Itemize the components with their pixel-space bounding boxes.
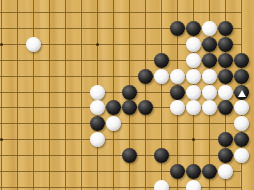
star-point [192, 138, 195, 141]
black-stone[interactable] [106, 100, 121, 115]
black-stone[interactable] [234, 85, 249, 100]
white-stone[interactable] [234, 116, 249, 131]
go-game-screenshot [0, 0, 254, 190]
grid-line-horizontal [0, 12, 242, 13]
black-stone[interactable] [122, 100, 137, 115]
black-stone[interactable] [154, 53, 169, 68]
white-stone[interactable] [234, 100, 249, 115]
black-stone[interactable] [234, 69, 249, 84]
grid-line-horizontal [0, 123, 242, 124]
black-stone[interactable] [138, 100, 153, 115]
black-stone[interactable] [202, 37, 217, 52]
black-stone[interactable] [138, 69, 153, 84]
black-stone[interactable] [202, 164, 217, 179]
black-stone[interactable] [122, 85, 137, 100]
white-stone[interactable] [234, 148, 249, 163]
white-stone[interactable] [90, 85, 105, 100]
white-stone[interactable] [202, 85, 217, 100]
white-stone[interactable] [186, 69, 201, 84]
white-stone[interactable] [218, 85, 233, 100]
black-stone[interactable] [202, 53, 217, 68]
white-stone[interactable] [218, 164, 233, 179]
black-stone[interactable] [90, 116, 105, 131]
white-stone[interactable] [202, 69, 217, 84]
white-stone[interactable] [186, 37, 201, 52]
black-stone[interactable] [122, 148, 137, 163]
grid-line-horizontal [0, 139, 242, 140]
white-stone[interactable] [154, 69, 169, 84]
white-stone[interactable] [106, 116, 121, 131]
white-stone[interactable] [170, 69, 185, 84]
grid-line-horizontal [0, 187, 242, 188]
white-stone[interactable] [154, 180, 169, 190]
grid-line-horizontal [0, 155, 242, 156]
last-move-triangle-marker [238, 90, 246, 97]
black-stone[interactable] [218, 21, 233, 36]
star-point [0, 43, 3, 46]
white-stone[interactable] [170, 100, 185, 115]
black-stone[interactable] [218, 53, 233, 68]
white-stone[interactable] [90, 132, 105, 147]
white-stone[interactable] [186, 85, 201, 100]
black-stone[interactable] [218, 37, 233, 52]
star-point [96, 43, 99, 46]
white-stone[interactable] [202, 21, 217, 36]
white-stone[interactable] [186, 53, 201, 68]
white-stone[interactable] [26, 37, 41, 52]
black-stone[interactable] [218, 69, 233, 84]
go-board[interactable] [0, 0, 254, 190]
white-stone[interactable] [186, 180, 201, 190]
black-stone[interactable] [218, 100, 233, 115]
star-point [0, 138, 3, 141]
black-stone[interactable] [218, 132, 233, 147]
black-stone[interactable] [154, 148, 169, 163]
black-stone[interactable] [170, 21, 185, 36]
white-stone[interactable] [90, 100, 105, 115]
white-stone[interactable] [186, 100, 201, 115]
black-stone[interactable] [170, 164, 185, 179]
black-stone[interactable] [218, 148, 233, 163]
black-stone[interactable] [234, 132, 249, 147]
black-stone[interactable] [186, 164, 201, 179]
black-stone[interactable] [186, 21, 201, 36]
white-stone[interactable] [202, 100, 217, 115]
black-stone[interactable] [234, 53, 249, 68]
black-stone[interactable] [170, 85, 185, 100]
